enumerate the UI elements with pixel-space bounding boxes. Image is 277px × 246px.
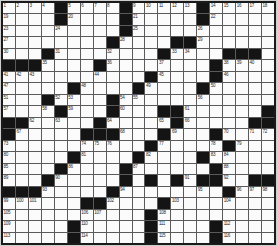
cell-r5c21[interactable]: [262, 49, 274, 59]
cell-r5c6[interactable]: [68, 49, 80, 59]
cell-r1c2[interactable]: 2: [16, 3, 28, 13]
cell-r8c15[interactable]: [184, 83, 196, 93]
cell-r21c18[interactable]: 116: [223, 233, 235, 243]
cell-r18c17[interactable]: [210, 198, 222, 208]
cell-r11c16[interactable]: [197, 118, 209, 128]
cell-r18c16[interactable]: [197, 198, 209, 208]
cell-r19c10[interactable]: [120, 210, 132, 220]
cell-r17c10[interactable]: 94: [120, 187, 132, 197]
cell-r4c10[interactable]: 28: [120, 37, 132, 47]
cell-r16c19[interactable]: [236, 175, 248, 185]
cell-r17c14[interactable]: [171, 187, 183, 197]
cell-r14c20[interactable]: [249, 152, 261, 162]
cell-r13c7[interactable]: 74: [81, 141, 93, 151]
cell-r4c16[interactable]: 29: [197, 37, 209, 47]
cell-r15c2[interactable]: [16, 164, 28, 174]
cell-r1c17[interactable]: 14: [210, 3, 222, 13]
cell-r1c20[interactable]: 17: [249, 3, 261, 13]
cell-r3c15[interactable]: [184, 26, 196, 36]
cell-r10c4[interactable]: 58: [42, 106, 54, 116]
cell-r18c10[interactable]: [120, 198, 132, 208]
cell-r16c9[interactable]: [107, 175, 119, 185]
cell-r14c4[interactable]: [42, 152, 54, 162]
cell-r20c18[interactable]: 112: [223, 221, 235, 231]
cell-r18c14[interactable]: 103: [171, 198, 183, 208]
cell-r20c20[interactable]: [249, 221, 261, 231]
cell-r21c4[interactable]: [42, 233, 54, 243]
cell-r15c12[interactable]: [145, 164, 157, 174]
cell-r5c15[interactable]: 34: [184, 49, 196, 59]
cell-r14c13[interactable]: [158, 152, 170, 162]
cell-r4c5[interactable]: [55, 37, 67, 47]
cell-r1c8[interactable]: 7: [94, 3, 106, 13]
cell-r1c14[interactable]: 12: [171, 3, 183, 13]
cell-r11c17[interactable]: [210, 118, 222, 128]
cell-r13c17[interactable]: 78: [210, 141, 222, 151]
cell-r9c8[interactable]: [94, 95, 106, 105]
cell-r11c7[interactable]: [81, 118, 93, 128]
cell-r15c9[interactable]: [107, 164, 119, 174]
cell-r8c9[interactable]: [107, 83, 119, 93]
cell-r21c16[interactable]: [197, 233, 209, 243]
cell-r18c19[interactable]: [236, 198, 248, 208]
cell-r12c20[interactable]: 71: [249, 129, 261, 139]
cell-r11c4[interactable]: [42, 118, 54, 128]
cell-r14c18[interactable]: 84: [223, 152, 235, 162]
cell-r2c7[interactable]: [81, 14, 93, 24]
cell-r3c8[interactable]: [94, 26, 106, 36]
cell-r16c11[interactable]: [133, 175, 145, 185]
cell-r15c1[interactable]: 85: [3, 164, 15, 174]
cell-r2c20[interactable]: [249, 14, 261, 24]
cell-r10c15[interactable]: 61: [184, 106, 196, 116]
cell-r2c3[interactable]: [29, 14, 41, 24]
cell-r8c20[interactable]: [249, 83, 261, 93]
cell-r21c20[interactable]: [249, 233, 261, 243]
cell-r2c4[interactable]: [42, 14, 54, 24]
cell-r9c16[interactable]: 56: [197, 95, 209, 105]
cell-r14c17[interactable]: 83: [210, 152, 222, 162]
cell-r3c19[interactable]: [236, 26, 248, 36]
cell-r5c12[interactable]: [145, 49, 157, 59]
cell-r17c19[interactable]: 96: [236, 187, 248, 197]
cell-r15c3[interactable]: [29, 164, 41, 174]
cell-r19c15[interactable]: [184, 210, 196, 220]
cell-r5c11[interactable]: [133, 49, 145, 59]
cell-r11c5[interactable]: 63: [55, 118, 67, 128]
cell-r16c3[interactable]: [29, 175, 41, 185]
cell-r13c3[interactable]: [29, 141, 41, 151]
cell-r5c17[interactable]: [210, 49, 222, 59]
cell-r11c9[interactable]: 64: [107, 118, 119, 128]
cell-r7c11[interactable]: [133, 72, 145, 82]
cell-r19c20[interactable]: [249, 210, 261, 220]
cell-r6c5[interactable]: [55, 60, 67, 70]
cell-r14c21[interactable]: [262, 152, 274, 162]
cell-r6c19[interactable]: 39: [236, 60, 248, 70]
cell-r18c5[interactable]: [55, 198, 67, 208]
cell-r12c2[interactable]: 67: [16, 129, 28, 139]
cell-r17c21[interactable]: 98: [262, 187, 274, 197]
cell-r6c6[interactable]: [68, 60, 80, 70]
cell-r17c11[interactable]: [133, 187, 145, 197]
cell-r1c18[interactable]: 15: [223, 3, 235, 13]
cell-r15c7[interactable]: [81, 164, 93, 174]
cell-r4c18[interactable]: [223, 37, 235, 47]
cell-r3c12[interactable]: [145, 26, 157, 36]
cell-r7c6[interactable]: [68, 72, 80, 82]
cell-r17c17[interactable]: [210, 187, 222, 197]
cell-r19c6[interactable]: [68, 210, 80, 220]
cell-r7c15[interactable]: [184, 72, 196, 82]
cell-r7c19[interactable]: [236, 72, 248, 82]
cell-r5c10[interactable]: [120, 49, 132, 59]
cell-r6c12[interactable]: [145, 60, 157, 70]
cell-r8c14[interactable]: [171, 83, 183, 93]
cell-r19c16[interactable]: [197, 210, 209, 220]
cell-r16c13[interactable]: [158, 175, 170, 185]
cell-r10c6[interactable]: 59: [68, 106, 80, 116]
cell-r19c14[interactable]: [171, 210, 183, 220]
cell-r8c4[interactable]: [42, 83, 54, 93]
cell-r21c11[interactable]: [133, 233, 145, 243]
cell-r11c19[interactable]: [236, 118, 248, 128]
cell-r19c19[interactable]: [236, 210, 248, 220]
cell-r1c9[interactable]: 8: [107, 3, 119, 13]
cell-r2c19[interactable]: [236, 14, 248, 24]
cell-r2c15[interactable]: [184, 14, 196, 24]
cell-r20c9[interactable]: [107, 221, 119, 231]
cell-r9c2[interactable]: [16, 95, 28, 105]
cell-r6c14[interactable]: [171, 60, 183, 70]
cell-r12c16[interactable]: [197, 129, 209, 139]
cell-r9c21[interactable]: [262, 95, 274, 105]
cell-r13c13[interactable]: 77: [158, 141, 170, 151]
cell-r19c7[interactable]: 106: [81, 210, 93, 220]
cell-r2c18[interactable]: [223, 14, 235, 24]
cell-r13c21[interactable]: [262, 141, 274, 151]
cell-r2c6[interactable]: 20: [68, 14, 80, 24]
cell-r5c7[interactable]: [81, 49, 93, 59]
cell-r11c18[interactable]: [223, 118, 235, 128]
cell-r1c19[interactable]: 16: [236, 3, 248, 13]
cell-r18c4[interactable]: [42, 198, 54, 208]
cell-r7c1[interactable]: 41: [3, 72, 15, 82]
cell-r7c3[interactable]: 43: [29, 72, 41, 82]
cell-r13c10[interactable]: [120, 141, 132, 151]
cell-r9c10[interactable]: 54: [120, 95, 132, 105]
cell-r9c12[interactable]: [145, 95, 157, 105]
cell-r12c14[interactable]: 69: [171, 129, 183, 139]
cell-r5c1[interactable]: 30: [3, 49, 15, 59]
cell-r19c17[interactable]: [210, 210, 222, 220]
cell-r18c20[interactable]: [249, 198, 261, 208]
cell-r1c21[interactable]: 18: [262, 3, 274, 13]
cell-r6c9[interactable]: 36: [107, 60, 119, 70]
cell-r5c8[interactable]: [94, 49, 106, 59]
cell-r19c13[interactable]: 108: [158, 210, 170, 220]
cell-r19c18[interactable]: [223, 210, 235, 220]
cell-r3c13[interactable]: [158, 26, 170, 36]
cell-r20c16[interactable]: [197, 221, 209, 231]
cell-r7c4[interactable]: [42, 72, 54, 82]
cell-r14c5[interactable]: [55, 152, 67, 162]
cell-r7c9[interactable]: [107, 72, 119, 82]
cell-r20c21[interactable]: [262, 221, 274, 231]
cell-r18c15[interactable]: [184, 198, 196, 208]
cell-r12c10[interactable]: 68: [120, 129, 132, 139]
cell-r19c9[interactable]: [107, 210, 119, 220]
cell-r17c20[interactable]: 97: [249, 187, 261, 197]
cell-r15c15[interactable]: [184, 164, 196, 174]
cell-r12c3[interactable]: [29, 129, 41, 139]
cell-r21c8[interactable]: [94, 233, 106, 243]
cell-r15c8[interactable]: [94, 164, 106, 174]
cell-r2c12[interactable]: [145, 14, 157, 24]
cell-r9c5[interactable]: 52: [55, 95, 67, 105]
cell-r13c15[interactable]: [184, 141, 196, 151]
cell-r20c5[interactable]: [55, 221, 67, 231]
cell-r9c13[interactable]: [158, 95, 170, 105]
cell-r3c9[interactable]: [107, 26, 119, 36]
cell-r9c18[interactable]: [223, 95, 235, 105]
cell-r5c3[interactable]: [29, 49, 41, 59]
cell-r20c15[interactable]: [184, 221, 196, 231]
cell-r7c13[interactable]: 45: [158, 72, 170, 82]
cell-r6c13[interactable]: 37: [158, 60, 170, 70]
cell-r20c19[interactable]: [236, 221, 248, 231]
cell-r21c1[interactable]: 113: [3, 233, 15, 243]
cell-r4c6[interactable]: [68, 37, 80, 47]
cell-r17c13[interactable]: [158, 187, 170, 197]
cell-r16c7[interactable]: [81, 175, 93, 185]
cell-r6c18[interactable]: 38: [223, 60, 235, 70]
cell-r3c7[interactable]: [81, 26, 93, 36]
cell-r21c9[interactable]: [107, 233, 119, 243]
cell-r18c21[interactable]: [262, 198, 274, 208]
cell-r13c14[interactable]: [171, 141, 183, 151]
cell-r9c1[interactable]: 51: [3, 95, 15, 105]
cell-r11c10[interactable]: [120, 118, 132, 128]
cell-r15c21[interactable]: [262, 164, 274, 174]
cell-r13c2[interactable]: [16, 141, 28, 151]
cell-r21c14[interactable]: [171, 233, 183, 243]
cell-r7c10[interactable]: [120, 72, 132, 82]
cell-r17c12[interactable]: [145, 187, 157, 197]
cell-r4c13[interactable]: [158, 37, 170, 47]
cell-r16c1[interactable]: 89: [3, 175, 15, 185]
cell-r4c8[interactable]: [94, 37, 106, 47]
cell-r9c7[interactable]: [81, 95, 93, 105]
cell-r9c15[interactable]: [184, 95, 196, 105]
cell-r10c16[interactable]: [197, 106, 209, 116]
cell-r7c16[interactable]: [197, 72, 209, 82]
cell-r13c9[interactable]: 76: [107, 141, 119, 151]
cell-r8c2[interactable]: [16, 83, 28, 93]
cell-r15c20[interactable]: [249, 164, 261, 174]
cell-r18c18[interactable]: 104: [223, 198, 235, 208]
cell-r8c8[interactable]: [94, 83, 106, 93]
cell-r4c11[interactable]: [133, 37, 145, 47]
cell-r14c8[interactable]: [94, 152, 106, 162]
cell-r16c15[interactable]: 91: [184, 175, 196, 185]
cell-r18c12[interactable]: [145, 198, 157, 208]
cell-r4c4[interactable]: [42, 37, 54, 47]
cell-r2c14[interactable]: [171, 14, 183, 24]
cell-r13c1[interactable]: 73: [3, 141, 15, 151]
cell-r20c8[interactable]: [94, 221, 106, 231]
cell-r4c17[interactable]: [210, 37, 222, 47]
cell-r18c9[interactable]: 102: [107, 198, 119, 208]
cell-r8c21[interactable]: [262, 83, 274, 93]
cell-r12c19[interactable]: [236, 129, 248, 139]
cell-r6c15[interactable]: [184, 60, 196, 70]
cell-r3c4[interactable]: [42, 26, 54, 36]
cell-r20c1[interactable]: 109: [3, 221, 15, 231]
cell-r4c20[interactable]: [249, 37, 261, 47]
cell-r13c19[interactable]: 79: [236, 141, 248, 151]
cell-r8c7[interactable]: 48: [81, 83, 93, 93]
cell-r18c6[interactable]: [68, 198, 80, 208]
cell-r5c2[interactable]: [16, 49, 28, 59]
cell-r16c8[interactable]: [94, 175, 106, 185]
cell-r8c10[interactable]: [120, 83, 132, 93]
cell-r3c1[interactable]: 23: [3, 26, 15, 36]
cell-r14c2[interactable]: [16, 152, 28, 162]
cell-r17c8[interactable]: [94, 187, 106, 197]
cell-r10c20[interactable]: [249, 106, 261, 116]
cell-r12c12[interactable]: [145, 129, 157, 139]
cell-r9c20[interactable]: [249, 95, 261, 105]
cell-r2c1[interactable]: 19: [3, 14, 15, 24]
cell-r11c3[interactable]: 62: [29, 118, 41, 128]
cell-r12c11[interactable]: [133, 129, 145, 139]
cell-r21c7[interactable]: 114: [81, 233, 93, 243]
cell-r18c3[interactable]: 101: [29, 198, 41, 208]
cell-r18c2[interactable]: 100: [16, 198, 28, 208]
cell-r4c19[interactable]: [236, 37, 248, 47]
cell-r3c17[interactable]: [210, 26, 222, 36]
cell-r12c4[interactable]: [42, 129, 54, 139]
cell-r2c2[interactable]: [16, 14, 28, 24]
cell-r18c11[interactable]: [133, 198, 145, 208]
cell-r7c5[interactable]: [55, 72, 67, 82]
cell-r6c16[interactable]: [197, 60, 209, 70]
cell-r1c1[interactable]: 1: [3, 3, 15, 13]
cell-r10c17[interactable]: [210, 106, 222, 116]
cell-r18c1[interactable]: 99: [3, 198, 15, 208]
cell-r9c17[interactable]: [210, 95, 222, 105]
cell-r6c21[interactable]: [262, 60, 274, 70]
cell-r3c3[interactable]: [29, 26, 41, 36]
cell-r8c18[interactable]: [223, 83, 235, 93]
cell-r4c3[interactable]: [29, 37, 41, 47]
cell-r17c7[interactable]: [81, 187, 93, 197]
cell-r21c3[interactable]: [29, 233, 41, 243]
cell-r11c12[interactable]: [145, 118, 157, 128]
cell-r14c10[interactable]: [120, 152, 132, 162]
cell-r7c8[interactable]: 44: [94, 72, 106, 82]
cell-r19c11[interactable]: [133, 210, 145, 220]
cell-r16c5[interactable]: 90: [55, 175, 67, 185]
cell-r10c10[interactable]: 60: [120, 106, 132, 116]
cell-r2c21[interactable]: [262, 14, 274, 24]
cell-r3c18[interactable]: [223, 26, 235, 36]
cell-r9c6[interactable]: 53: [68, 95, 80, 105]
cell-r17c5[interactable]: [55, 187, 67, 197]
cell-r10c3[interactable]: [29, 106, 41, 116]
cell-r11c13[interactable]: 65: [158, 118, 170, 128]
cell-r12c6[interactable]: [68, 129, 80, 139]
cell-r15c14[interactable]: [171, 164, 183, 174]
cell-r12c15[interactable]: [184, 129, 196, 139]
cell-r4c2[interactable]: [16, 37, 28, 47]
cell-r14c1[interactable]: 80: [3, 152, 15, 162]
cell-r15c11[interactable]: 87: [133, 164, 145, 174]
cell-r3c5[interactable]: 24: [55, 26, 67, 36]
cell-r10c8[interactable]: [94, 106, 106, 116]
cell-r1c11[interactable]: 9: [133, 3, 145, 13]
cell-r9c11[interactable]: 55: [133, 95, 145, 105]
cell-r7c21[interactable]: [262, 72, 274, 82]
cell-r15c18[interactable]: 88: [223, 164, 235, 174]
cell-r19c2[interactable]: [16, 210, 28, 220]
cell-r15c6[interactable]: 86: [68, 164, 80, 174]
cell-r11c15[interactable]: 66: [184, 118, 196, 128]
cell-r8c5[interactable]: [55, 83, 67, 93]
cell-r1c3[interactable]: 3: [29, 3, 41, 13]
cell-r15c16[interactable]: [197, 164, 209, 174]
cell-r14c12[interactable]: 82: [145, 152, 157, 162]
cell-r10c2[interactable]: [16, 106, 28, 116]
cell-r7c18[interactable]: 46: [223, 72, 235, 82]
cell-r7c2[interactable]: 42: [16, 72, 28, 82]
cell-r8c17[interactable]: 50: [210, 83, 222, 93]
cell-r3c11[interactable]: 25: [133, 26, 145, 36]
cell-r17c6[interactable]: [68, 187, 80, 197]
cell-r2c17[interactable]: 22: [210, 14, 222, 24]
cell-r9c14[interactable]: [171, 95, 183, 105]
cell-r9c19[interactable]: [236, 95, 248, 105]
cell-r20c4[interactable]: [42, 221, 54, 231]
cell-r7c14[interactable]: [171, 72, 183, 82]
cell-r10c19[interactable]: [236, 106, 248, 116]
cell-r4c21[interactable]: [262, 37, 274, 47]
cell-r19c8[interactable]: 107: [94, 210, 106, 220]
cell-r4c1[interactable]: 27: [3, 37, 15, 47]
cell-r14c15[interactable]: [184, 152, 196, 162]
cell-r14c9[interactable]: [107, 152, 119, 162]
cell-r20c3[interactable]: [29, 221, 41, 231]
cell-r14c3[interactable]: [29, 152, 41, 162]
cell-r20c2[interactable]: [16, 221, 28, 231]
cell-r1c15[interactable]: 13: [184, 3, 196, 13]
cell-r10c18[interactable]: [223, 106, 235, 116]
cell-r19c5[interactable]: [55, 210, 67, 220]
cell-r13c16[interactable]: [197, 141, 209, 151]
cell-r10c1[interactable]: 57: [3, 106, 15, 116]
cell-r12c18[interactable]: 70: [223, 129, 235, 139]
cell-r12c21[interactable]: 72: [262, 129, 274, 139]
cell-r19c1[interactable]: 105: [3, 210, 15, 220]
cell-r5c9[interactable]: 32: [107, 49, 119, 59]
cell-r15c13[interactable]: [158, 164, 170, 174]
cell-r7c7[interactable]: [81, 72, 93, 82]
cell-r2c8[interactable]: [94, 14, 106, 24]
cell-r14c19[interactable]: [236, 152, 248, 162]
cell-r4c7[interactable]: [81, 37, 93, 47]
cell-r13c20[interactable]: [249, 141, 261, 151]
